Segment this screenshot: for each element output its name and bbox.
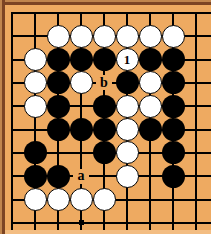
black-stone [47, 71, 70, 94]
black-stone [93, 95, 116, 118]
black-stone [162, 48, 185, 71]
black-stone [47, 165, 70, 188]
white-stone [70, 25, 93, 48]
black-stone [139, 118, 162, 141]
point-label-b: b [96, 75, 112, 90]
white-stone [47, 25, 70, 48]
black-stone [162, 95, 185, 118]
white-stone [93, 188, 116, 211]
white-stone [116, 165, 139, 188]
black-stone [162, 118, 185, 141]
white-stone [116, 95, 139, 118]
white-stone [70, 71, 93, 94]
point-label-a: a [73, 169, 89, 184]
black-stone [162, 71, 185, 94]
black-stone [70, 48, 93, 71]
white-stone [24, 71, 47, 94]
go-board: 1ba [0, 0, 211, 234]
white-stone [116, 118, 139, 141]
black-stone [24, 165, 47, 188]
white-stone [162, 25, 185, 48]
black-stone [47, 118, 70, 141]
white-stone [24, 188, 47, 211]
black-stone [93, 118, 116, 141]
black-stone [93, 141, 116, 164]
star-point [79, 220, 84, 225]
white-stone: 1 [116, 48, 139, 71]
white-stone [24, 48, 47, 71]
white-stone [47, 188, 70, 211]
white-stone [116, 25, 139, 48]
white-stone [116, 141, 139, 164]
white-stone [24, 95, 47, 118]
black-stone [93, 48, 116, 71]
go-grid: 1ba [1, 1, 208, 234]
move-number-label: 1 [124, 53, 131, 66]
white-stone [70, 188, 93, 211]
white-stone [93, 25, 116, 48]
black-stone [116, 71, 139, 94]
black-stone [47, 48, 70, 71]
black-stone [162, 141, 185, 164]
black-stone [162, 165, 185, 188]
black-stone [47, 95, 70, 118]
white-stone [139, 95, 162, 118]
black-stone [24, 141, 47, 164]
white-stone [139, 25, 162, 48]
white-stone [139, 71, 162, 94]
black-stone [139, 48, 162, 71]
black-stone [70, 118, 93, 141]
